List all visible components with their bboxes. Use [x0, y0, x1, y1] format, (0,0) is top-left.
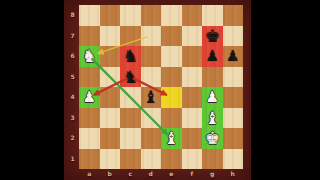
square-a4: ♟	[79, 87, 100, 108]
square-h5	[223, 67, 244, 88]
square-d1	[141, 149, 162, 170]
square-f1	[182, 149, 203, 170]
square-d3	[141, 108, 162, 129]
square-g3: ♝	[202, 108, 223, 129]
white-bishop-g3: ♝	[202, 108, 223, 129]
square-c6: ♞	[120, 46, 141, 67]
square-h2	[223, 128, 244, 149]
square-f7	[182, 26, 203, 47]
square-d6	[141, 46, 162, 67]
square-h1	[223, 149, 244, 170]
file-label-c: c	[128, 171, 132, 177]
square-h7	[223, 26, 244, 47]
square-b7	[100, 26, 121, 47]
square-d7	[141, 26, 162, 47]
square-a7	[79, 26, 100, 47]
square-e7	[161, 26, 182, 47]
square-b8	[100, 5, 121, 26]
square-h8	[223, 5, 244, 26]
square-d8	[141, 5, 162, 26]
square-h3	[223, 108, 244, 129]
square-f5	[182, 67, 203, 88]
file-label-g: g	[210, 171, 214, 177]
square-e4	[161, 87, 182, 108]
square-b5	[100, 67, 121, 88]
black-pawn-h6: ♟	[223, 46, 244, 67]
square-g4: ♟	[202, 87, 223, 108]
square-a6: ♞	[79, 46, 100, 67]
square-a8	[79, 5, 100, 26]
white-bishop-e2: ♝	[161, 128, 182, 149]
square-d4: ♝	[141, 87, 162, 108]
square-c2	[120, 128, 141, 149]
square-b1	[100, 149, 121, 170]
square-c7	[120, 26, 141, 47]
square-d5	[141, 67, 162, 88]
white-king-g2: ♚	[202, 128, 223, 149]
square-e6	[161, 46, 182, 67]
square-a5	[79, 67, 100, 88]
rank-label-7: 7	[70, 33, 74, 39]
square-e8	[161, 5, 182, 26]
rank-label-1: 1	[70, 156, 74, 162]
white-pawn-a4: ♟	[79, 87, 100, 108]
rank-label-2: 2	[70, 135, 74, 141]
chess-board: ♚♞♞♟♟♞♟♝♟♝♝♚	[79, 5, 243, 169]
square-a2	[79, 128, 100, 149]
square-e3	[161, 108, 182, 129]
square-b4	[100, 87, 121, 108]
square-c4	[120, 87, 141, 108]
square-f6	[182, 46, 203, 67]
square-e5	[161, 67, 182, 88]
rank-label-4: 4	[70, 94, 74, 100]
square-g2: ♚	[202, 128, 223, 149]
black-king-g7: ♚	[202, 26, 223, 47]
square-d2	[141, 128, 162, 149]
square-g1	[202, 149, 223, 170]
square-h4	[223, 87, 244, 108]
file-label-d: d	[149, 171, 153, 177]
square-h6: ♟	[223, 46, 244, 67]
black-bishop-d4: ♝	[141, 87, 162, 108]
chess-board-frame: ♚♞♞♟♟♞♟♝♟♝♝♚ 87654321abcdefgh	[64, 0, 251, 180]
square-a3	[79, 108, 100, 129]
square-g8	[202, 5, 223, 26]
square-a1	[79, 149, 100, 170]
file-label-b: b	[108, 171, 112, 177]
square-c5: ♞	[120, 67, 141, 88]
square-f3	[182, 108, 203, 129]
square-g5	[202, 67, 223, 88]
square-f8	[182, 5, 203, 26]
file-label-a: a	[87, 171, 91, 177]
rank-label-5: 5	[70, 74, 74, 80]
rank-label-8: 8	[70, 12, 74, 18]
square-g7: ♚	[202, 26, 223, 47]
square-f2	[182, 128, 203, 149]
black-pawn-g6: ♟	[202, 46, 223, 67]
square-c1	[120, 149, 141, 170]
square-b2	[100, 128, 121, 149]
square-e1	[161, 149, 182, 170]
white-knight-a6: ♞	[79, 46, 100, 67]
square-c3	[120, 108, 141, 129]
square-f4	[182, 87, 203, 108]
file-label-e: e	[169, 171, 173, 177]
file-label-f: f	[190, 171, 193, 177]
rank-label-3: 3	[70, 115, 74, 121]
black-knight-c5: ♞	[120, 67, 141, 88]
black-knight-c6: ♞	[120, 46, 141, 67]
rank-label-6: 6	[70, 53, 74, 59]
file-label-h: h	[231, 171, 235, 177]
square-c8	[120, 5, 141, 26]
square-e2: ♝	[161, 128, 182, 149]
square-b6	[100, 46, 121, 67]
square-b3	[100, 108, 121, 129]
white-pawn-g4: ♟	[202, 87, 223, 108]
square-g6: ♟	[202, 46, 223, 67]
